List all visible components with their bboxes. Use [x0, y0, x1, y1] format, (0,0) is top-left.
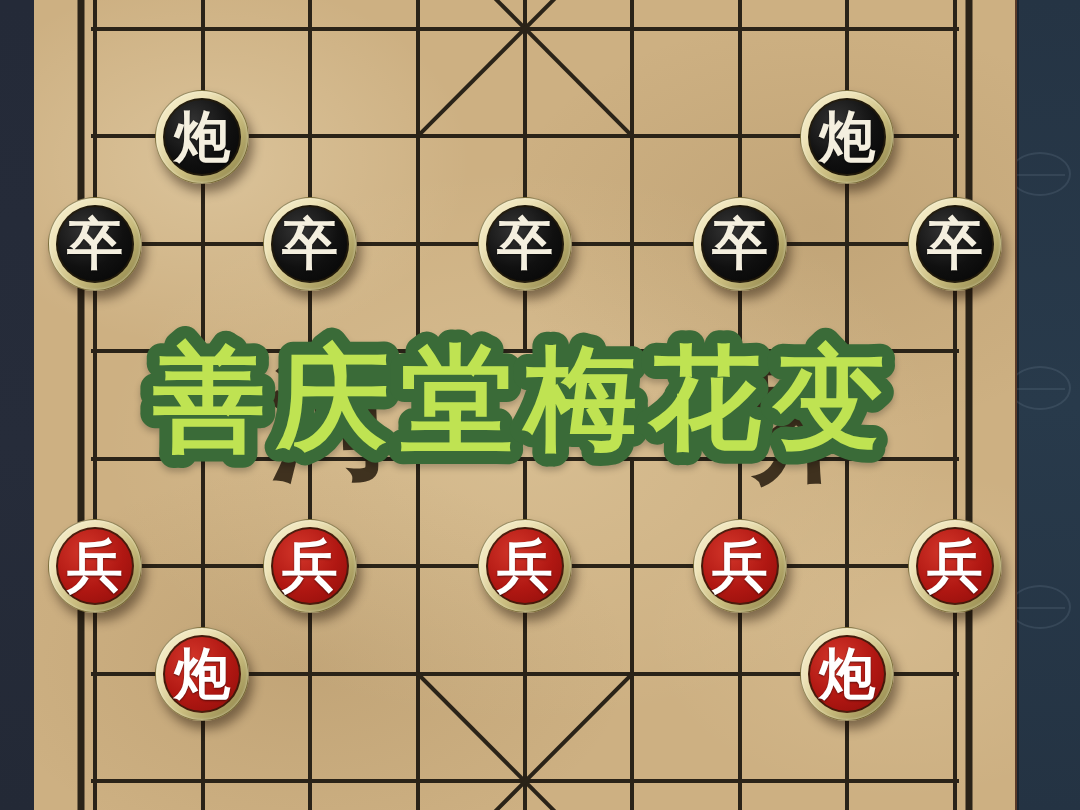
river-watermark-left: 河	[265, 334, 399, 511]
piece-glyph: 卒	[497, 216, 553, 272]
piece-face: 兵	[271, 527, 349, 605]
river-watermark-right: 界	[733, 336, 867, 513]
piece-red-soldier-i4[interactable]: 兵	[908, 519, 1002, 613]
piece-red-soldier-a4[interactable]: 兵	[48, 519, 142, 613]
piece-black-cannon-h8[interactable]: 炮	[800, 90, 894, 184]
piece-black-soldier-i7[interactable]: 卒	[908, 197, 1002, 291]
piece-face: 兵	[916, 527, 994, 605]
piece-face: 卒	[916, 205, 994, 283]
piece-face: 炮	[808, 635, 886, 713]
piece-face: 兵	[701, 527, 779, 605]
piece-glyph: 兵	[497, 538, 553, 594]
piece-black-soldier-a7[interactable]: 卒	[48, 197, 142, 291]
screenshot-stage: 河 界 炮 炮 卒 卒 卒 卒 卒 兵 兵 兵 兵 兵 炮 炮 善庆堂梅花变	[0, 0, 1080, 810]
piece-glyph: 兵	[67, 538, 123, 594]
piece-black-soldier-g7[interactable]: 卒	[693, 197, 787, 291]
piece-face: 炮	[163, 635, 241, 713]
piece-red-cannon-b3[interactable]: 炮	[155, 627, 249, 721]
piece-face: 兵	[486, 527, 564, 605]
piece-glyph: 卒	[927, 216, 983, 272]
piece-glyph: 卒	[712, 216, 768, 272]
piece-red-soldier-g4[interactable]: 兵	[693, 519, 787, 613]
piece-face: 兵	[56, 527, 134, 605]
piece-glyph: 炮	[819, 646, 875, 702]
piece-face: 卒	[486, 205, 564, 283]
piece-black-cannon-b8[interactable]: 炮	[155, 90, 249, 184]
piece-glyph: 卒	[67, 216, 123, 272]
piece-face: 卒	[56, 205, 134, 283]
piece-face: 卒	[271, 205, 349, 283]
piece-black-soldier-c7[interactable]: 卒	[263, 197, 357, 291]
piece-glyph: 兵	[927, 538, 983, 594]
piece-black-soldier-e7[interactable]: 卒	[478, 197, 572, 291]
piece-glyph: 兵	[282, 538, 338, 594]
piece-red-cannon-h3[interactable]: 炮	[800, 627, 894, 721]
piece-glyph: 兵	[712, 538, 768, 594]
piece-face: 炮	[163, 98, 241, 176]
piece-red-soldier-c4[interactable]: 兵	[263, 519, 357, 613]
piece-glyph: 卒	[282, 216, 338, 272]
piece-glyph: 炮	[174, 646, 230, 702]
piece-face: 炮	[808, 98, 886, 176]
piece-red-soldier-e4[interactable]: 兵	[478, 519, 572, 613]
piece-face: 卒	[701, 205, 779, 283]
piece-glyph: 炮	[174, 109, 230, 165]
piece-glyph: 炮	[819, 109, 875, 165]
